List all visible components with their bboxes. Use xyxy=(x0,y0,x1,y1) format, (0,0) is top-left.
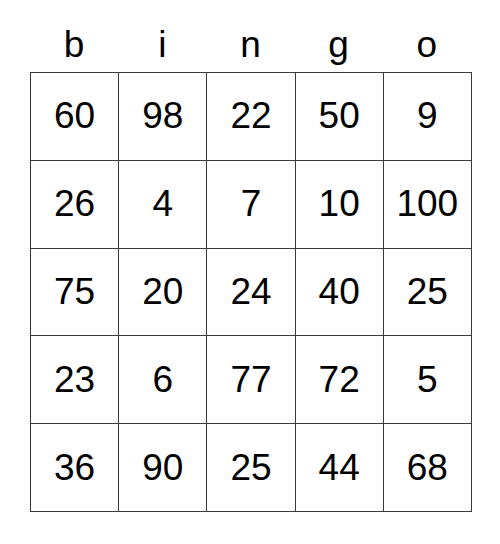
bingo-card: b i n g o 60 98 22 50 9 26 4 7 10 100 75… xyxy=(30,0,471,512)
bingo-board: 60 98 22 50 9 26 4 7 10 100 75 20 24 40 … xyxy=(30,72,472,512)
bingo-header-row: b i n g o xyxy=(30,0,471,72)
bingo-cell-r0c0[interactable]: 60 xyxy=(31,73,119,161)
bingo-cell-r3c1[interactable]: 6 xyxy=(119,336,207,424)
bingo-cell-r1c2[interactable]: 7 xyxy=(207,161,295,249)
header-letter-i: i xyxy=(118,26,206,72)
header-letter-n: n xyxy=(206,26,294,72)
bingo-cell-r3c3[interactable]: 72 xyxy=(296,336,384,424)
bingo-cell-r1c3[interactable]: 10 xyxy=(296,161,384,249)
bingo-cell-r2c3[interactable]: 40 xyxy=(296,249,384,337)
bingo-cell-r0c2[interactable]: 22 xyxy=(207,73,295,161)
bingo-cell-r4c4[interactable]: 68 xyxy=(384,424,472,512)
bingo-cell-r1c0[interactable]: 26 xyxy=(31,161,119,249)
bingo-cell-r1c1[interactable]: 4 xyxy=(119,161,207,249)
bingo-cell-r3c0[interactable]: 23 xyxy=(31,336,119,424)
bingo-cell-r4c2[interactable]: 25 xyxy=(207,424,295,512)
bingo-cell-r4c3[interactable]: 44 xyxy=(296,424,384,512)
bingo-cell-r0c3[interactable]: 50 xyxy=(296,73,384,161)
bingo-cell-r2c0[interactable]: 75 xyxy=(31,249,119,337)
bingo-cell-r4c0[interactable]: 36 xyxy=(31,424,119,512)
bingo-cell-r4c1[interactable]: 90 xyxy=(119,424,207,512)
header-letter-g: g xyxy=(295,26,383,72)
bingo-cell-r1c4[interactable]: 100 xyxy=(384,161,472,249)
bingo-cell-r2c2[interactable]: 24 xyxy=(207,249,295,337)
header-letter-o: o xyxy=(383,26,471,72)
bingo-cell-r0c1[interactable]: 98 xyxy=(119,73,207,161)
header-letter-b: b xyxy=(30,26,118,72)
bingo-cell-r0c4[interactable]: 9 xyxy=(384,73,472,161)
bingo-cell-r3c4[interactable]: 5 xyxy=(384,336,472,424)
bingo-cell-r2c1[interactable]: 20 xyxy=(119,249,207,337)
bingo-cell-r3c2[interactable]: 77 xyxy=(207,336,295,424)
bingo-cell-r2c4[interactable]: 25 xyxy=(384,249,472,337)
